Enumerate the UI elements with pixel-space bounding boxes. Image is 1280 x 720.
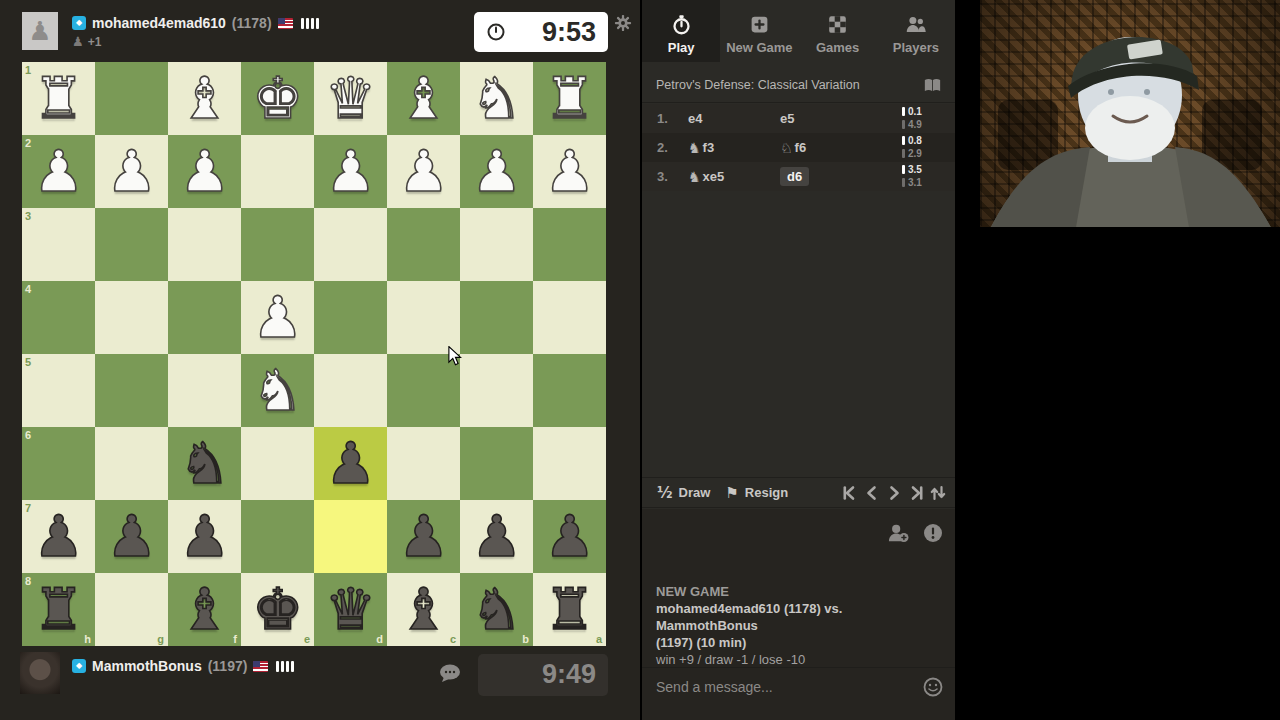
chess-board[interactable]: 1♜♝♚♛♝♞♜2♟♟♟♟♟♟♟34♟5♞6♞♟7♟♟♟♟♟♟8h♜gf♝e♚d… (22, 62, 606, 646)
white-pawn-a2[interactable]: ♟ (533, 135, 606, 208)
game-controls: ½ Draw ⚑ Resign (642, 477, 955, 508)
square-e4[interactable]: ♟ (241, 281, 314, 354)
square-d1[interactable]: ♛ (314, 62, 387, 135)
move-navigation (841, 484, 947, 502)
move-text: e5 (780, 111, 794, 126)
square-e7[interactable] (241, 500, 314, 573)
square-f1[interactable]: ♝ (168, 62, 241, 135)
knight-icon: ♘ (780, 140, 793, 156)
square-g4[interactable] (95, 281, 168, 354)
emoji-icon[interactable] (923, 677, 943, 697)
diamond-membership-icon: ◆ (72, 659, 86, 673)
next-move-button[interactable] (885, 484, 903, 502)
white-knight-b1[interactable]: ♞ (460, 62, 533, 135)
tab-play-label: Play (668, 40, 695, 55)
square-h1[interactable]: 1♜ (22, 62, 95, 135)
white-king-e1[interactable]: ♚ (241, 62, 314, 135)
tab-games[interactable]: Games (799, 0, 877, 62)
white-rook-a1[interactable]: ♜ (533, 62, 606, 135)
flip-board-icon[interactable] (929, 484, 947, 502)
bottom-clock-time: 9:49 (542, 659, 596, 690)
webcam-video (980, 0, 1280, 233)
square-a8[interactable]: a♜ (533, 573, 606, 646)
square-f2[interactable]: ♟ (168, 135, 241, 208)
white-pawn-b2[interactable]: ♟ (460, 135, 533, 208)
white-move-time: 0.1 (902, 105, 949, 118)
rank-label: 5 (25, 356, 31, 368)
square-b5[interactable] (460, 354, 533, 427)
square-b8[interactable]: b♞ (460, 573, 533, 646)
black-king-e8[interactable]: ♚ (241, 573, 314, 646)
draw-label: Draw (679, 485, 711, 500)
bottom-player-clock: 9:49 (478, 654, 608, 696)
us-flag-icon (253, 661, 268, 672)
move-list: 1.e4e50.14.92.♞f3♘f60.82.93.♞xe5d63.53.1 (642, 104, 955, 191)
square-d8[interactable]: d♛ (314, 573, 387, 646)
move-text: xe5 (703, 169, 725, 184)
captured-material: ♟ +1 (72, 34, 101, 49)
square-e8[interactable]: e♚ (241, 573, 314, 646)
chess-app: ♟ ◆ mohamed4emad610 (1178) ♟ +1 9:53 (0, 0, 1280, 720)
us-flag-icon (278, 18, 293, 29)
rank-label: 3 (25, 210, 31, 222)
new-game-icon (749, 14, 770, 35)
white-pawn-g2[interactable]: ♟ (95, 135, 168, 208)
black-move-time: 2.9 (902, 147, 949, 160)
resign-button[interactable]: ⚑ Resign (725, 484, 788, 502)
mouse-cursor (448, 346, 462, 370)
square-f3[interactable] (168, 208, 241, 281)
top-player-row: ◆ mohamed4emad610 (1178) (72, 15, 319, 31)
square-g2[interactable]: ♟ (95, 135, 168, 208)
players-icon (905, 14, 926, 35)
tab-play[interactable]: Play (642, 0, 720, 62)
white-knight-e5[interactable]: ♞ (241, 354, 314, 427)
white-bishop-f1[interactable]: ♝ (168, 62, 241, 135)
bottom-player-avatar[interactable] (20, 652, 60, 694)
square-d6[interactable]: ♟ (314, 427, 387, 500)
square-h7[interactable]: 7♟ (22, 500, 95, 573)
alert-icon[interactable] (923, 523, 943, 543)
black-rook-a8[interactable]: ♜ (533, 573, 606, 646)
move-row: 2.♞f3♘f60.82.9 (642, 133, 955, 162)
white-move[interactable]: ♞f3 (688, 140, 780, 156)
square-d4[interactable] (314, 281, 387, 354)
add-friend-icon[interactable] (887, 523, 909, 543)
move-text: f6 (795, 140, 807, 155)
sidebar-tabs: Play New Game Games (642, 0, 955, 62)
opening-book-icon[interactable] (924, 78, 941, 93)
settings-gear-icon[interactable] (614, 14, 632, 36)
square-a1[interactable]: ♜ (533, 62, 606, 135)
matchup-line2: (1197) (10 min) (656, 634, 942, 651)
connection-bars-icon (301, 18, 319, 29)
square-h6[interactable]: 6 (22, 427, 95, 500)
move-text: d6 (780, 167, 809, 186)
square-e6[interactable] (241, 427, 314, 500)
square-h4[interactable]: 4 (22, 281, 95, 354)
bottom-player-name[interactable]: MammothBonus (92, 658, 202, 674)
move-number: 3. (642, 169, 688, 184)
white-pawn-d2[interactable]: ♟ (314, 135, 387, 208)
draw-button[interactable]: ½ Draw (657, 484, 710, 502)
black-rook-h8[interactable]: ♜ (22, 573, 95, 646)
move-row: 3.♞xe5d63.53.1 (642, 162, 955, 191)
black-move-time: 3.1 (902, 176, 949, 189)
bottom-player-rating: (1197) (208, 658, 248, 674)
white-bishop-c1[interactable]: ♝ (387, 62, 460, 135)
knight-icon: ♞ (688, 169, 701, 185)
black-knight-f6[interactable]: ♞ (168, 427, 241, 500)
square-a6[interactable] (533, 427, 606, 500)
previous-move-button[interactable] (863, 484, 881, 502)
square-g5[interactable] (95, 354, 168, 427)
tab-new-game[interactable]: New Game (720, 0, 798, 62)
rating-points-line: win +9 / draw -1 / lose -10 (656, 651, 942, 668)
white-pawn-h2[interactable]: ♟ (22, 135, 95, 208)
square-c4[interactable] (387, 281, 460, 354)
square-c7[interactable]: ♟ (387, 500, 460, 573)
square-a2[interactable]: ♟ (533, 135, 606, 208)
tab-players-label: Players (893, 40, 939, 55)
square-h5[interactable]: 5 (22, 354, 95, 427)
square-h3[interactable]: 3 (22, 208, 95, 281)
square-c3[interactable] (387, 208, 460, 281)
square-f7[interactable]: ♟ (168, 500, 241, 573)
square-c2[interactable]: ♟ (387, 135, 460, 208)
game-area: ♟ ◆ mohamed4emad610 (1178) ♟ +1 9:53 (0, 0, 640, 720)
new-game-header: NEW GAME (656, 583, 942, 600)
bottom-player-row: ◆ MammothBonus (1197) (72, 658, 294, 674)
pawn-icon: ♟ (72, 34, 84, 49)
file-label: g (157, 633, 164, 645)
opening-name-row: Petrov's Defense: Classical Variation (642, 68, 955, 103)
top-player-name[interactable]: mohamed4emad610 (92, 15, 226, 31)
black-pawn-f7[interactable]: ♟ (168, 500, 241, 573)
first-move-button[interactable] (841, 484, 859, 502)
white-rook-h1[interactable]: ♜ (22, 62, 95, 135)
move-text: f3 (703, 140, 715, 155)
square-e2[interactable] (241, 135, 314, 208)
games-grid-icon (827, 14, 848, 35)
knight-icon: ♞ (688, 140, 701, 156)
move-row: 1.e4e50.14.9 (642, 104, 955, 133)
matchup-line1: mohamed4emad610 (1178) vs. MammothBonus (656, 600, 942, 634)
square-f8[interactable]: f♝ (168, 573, 241, 646)
square-a7[interactable]: ♟ (533, 500, 606, 573)
webcam-person (980, 0, 1280, 233)
white-move[interactable]: ♞xe5 (688, 169, 780, 185)
square-f4[interactable] (168, 281, 241, 354)
black-bishop-c8[interactable]: ♝ (387, 573, 460, 646)
black-queen-d8[interactable]: ♛ (314, 573, 387, 646)
game-info: NEW GAME mohamed4emad610 (1178) vs. Mamm… (656, 583, 942, 668)
tab-games-label: Games (816, 40, 859, 55)
flag-icon: ⚑ (725, 484, 738, 502)
black-pawn-a7[interactable]: ♟ (533, 500, 606, 573)
top-player-avatar[interactable]: ♟ (22, 12, 58, 50)
chat-bubble-icon[interactable] (438, 663, 462, 687)
connection-bars-icon (276, 661, 294, 672)
square-g8[interactable]: g (95, 573, 168, 646)
square-g7[interactable]: ♟ (95, 500, 168, 573)
black-pawn-d6[interactable]: ♟ (314, 427, 387, 500)
chat-section: NEW GAME mohamed4emad610 (1178) vs. Mamm… (642, 509, 955, 720)
opening-name[interactable]: Petrov's Defense: Classical Variation (656, 78, 860, 92)
square-d2[interactable]: ♟ (314, 135, 387, 208)
square-f5[interactable] (168, 354, 241, 427)
square-b7[interactable]: ♟ (460, 500, 533, 573)
white-pawn-e4[interactable]: ♟ (241, 281, 314, 354)
square-g6[interactable] (95, 427, 168, 500)
clock-icon (486, 22, 506, 42)
square-e1[interactable]: ♚ (241, 62, 314, 135)
square-e3[interactable] (241, 208, 314, 281)
move-times: 0.82.9 (902, 134, 949, 160)
square-c1[interactable]: ♝ (387, 62, 460, 135)
black-move-time: 4.9 (902, 118, 949, 131)
square-h8[interactable]: 8h♜ (22, 573, 95, 646)
square-d3[interactable] (314, 208, 387, 281)
message-input[interactable]: Send a message... (656, 679, 773, 695)
white-move[interactable]: e4 (688, 111, 780, 126)
rank-label: 6 (25, 429, 31, 441)
rank-label: 4 (25, 283, 31, 295)
black-pawn-g7[interactable]: ♟ (95, 500, 168, 573)
message-input-row: Send a message... (642, 667, 955, 705)
white-queen-d1[interactable]: ♛ (314, 62, 387, 135)
material-advantage: +1 (88, 35, 102, 49)
top-player-clock: 9:53 (474, 12, 608, 52)
white-pawn-f2[interactable]: ♟ (168, 135, 241, 208)
top-clock-time: 9:53 (542, 17, 596, 48)
pawn-avatar-icon: ♟ (28, 18, 51, 44)
square-d7[interactable] (314, 500, 387, 573)
last-move-button[interactable] (907, 484, 925, 502)
square-b4[interactable] (460, 281, 533, 354)
white-pawn-c2[interactable]: ♟ (387, 135, 460, 208)
move-number: 2. (642, 140, 688, 155)
half-icon: ½ (657, 484, 673, 502)
sidebar: Play New Game Games (642, 0, 955, 720)
square-c8[interactable]: c♝ (387, 573, 460, 646)
square-b1[interactable]: ♞ (460, 62, 533, 135)
square-a5[interactable] (533, 354, 606, 427)
square-e5[interactable]: ♞ (241, 354, 314, 427)
square-g3[interactable] (95, 208, 168, 281)
chat-icons (887, 523, 943, 543)
black-knight-b8[interactable]: ♞ (460, 573, 533, 646)
square-b3[interactable] (460, 208, 533, 281)
square-c6[interactable] (387, 427, 460, 500)
square-f6[interactable]: ♞ (168, 427, 241, 500)
white-move-time: 0.8 (902, 134, 949, 147)
diamond-membership-icon: ◆ (72, 16, 86, 30)
move-text: e4 (688, 111, 702, 126)
tab-players[interactable]: Players (877, 0, 955, 62)
square-b2[interactable]: ♟ (460, 135, 533, 208)
black-pawn-h7[interactable]: ♟ (22, 500, 95, 573)
black-pawn-b7[interactable]: ♟ (460, 500, 533, 573)
stopwatch-icon (671, 14, 692, 35)
square-g1[interactable] (95, 62, 168, 135)
move-times: 3.53.1 (902, 163, 949, 189)
square-a3[interactable] (533, 208, 606, 281)
move-number: 1. (642, 111, 688, 126)
square-a4[interactable] (533, 281, 606, 354)
tab-new-game-label: New Game (726, 40, 792, 55)
white-move-time: 3.5 (902, 163, 949, 176)
square-d5[interactable] (314, 354, 387, 427)
square-b6[interactable] (460, 427, 533, 500)
black-bishop-f8[interactable]: ♝ (168, 573, 241, 646)
black-pawn-c7[interactable]: ♟ (387, 500, 460, 573)
top-player-rating: (1178) (232, 15, 272, 31)
move-times: 0.14.9 (902, 105, 949, 131)
resign-label: Resign (745, 485, 788, 500)
square-h2[interactable]: 2♟ (22, 135, 95, 208)
